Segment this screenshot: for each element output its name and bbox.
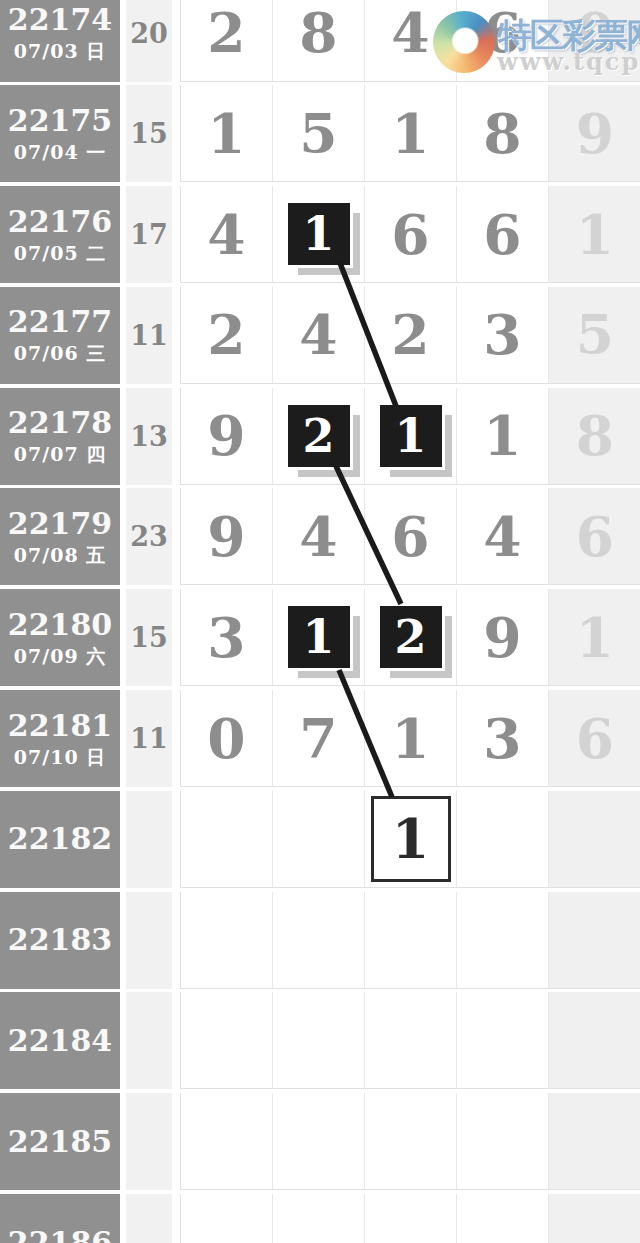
chart-row: 2217607/05 二1741661 — [0, 186, 640, 283]
highlighted-digit: 2 — [288, 405, 350, 467]
chart-row: 22183 — [0, 892, 640, 989]
issue-date: 07/04 一 — [14, 143, 106, 162]
chart-row: 2218107/10 日1107136 — [0, 690, 640, 787]
sum-value: 23 — [126, 488, 172, 585]
digit-cell — [549, 992, 640, 1088]
issue-date: 07/07 四 — [14, 445, 106, 464]
digit-cell: 2 — [365, 589, 457, 685]
issue-number: 22177 — [8, 307, 112, 337]
digit-cell — [181, 1194, 273, 1243]
digit-cell: 4 — [181, 186, 273, 282]
issue-number: 22184 — [8, 1026, 112, 1056]
digit-cell — [365, 1093, 457, 1189]
chart-row: 2218007/09 六1531291 — [0, 589, 640, 686]
highlighted-digit: 1 — [380, 405, 442, 467]
digit-cell: 1 — [549, 186, 640, 282]
issue-number: 22181 — [8, 711, 112, 741]
digit-row: 41661 — [180, 186, 640, 283]
digit-cell: 1 — [273, 589, 365, 685]
issue-cell: 22185 — [0, 1093, 120, 1190]
digit-cell — [273, 791, 365, 887]
digit-cell — [549, 1194, 640, 1243]
digit-row: 92118 — [180, 388, 640, 485]
issue-cell: 2217707/06 三 — [0, 287, 120, 384]
digit-cell — [457, 1093, 549, 1189]
issue-date: 07/03 日 — [14, 42, 106, 61]
issue-cell: 22183 — [0, 892, 120, 989]
issue-number: 22178 — [8, 408, 112, 438]
digit-cell: 9 — [457, 589, 549, 685]
sum-value: 15 — [126, 85, 172, 182]
sum-value — [126, 1194, 172, 1243]
issue-date: 07/05 二 — [14, 244, 106, 263]
digit-cell: 6 — [365, 186, 457, 282]
digit-cell: 1 — [549, 589, 640, 685]
sum-value — [126, 1093, 172, 1190]
sum-value — [126, 791, 172, 888]
digit-row: 31291 — [180, 589, 640, 686]
digit-cell: 6 — [457, 186, 549, 282]
digit-cell: 9 — [549, 85, 640, 181]
digit-cell — [273, 1194, 365, 1243]
sum-value: 20 — [126, 0, 172, 82]
issue-date: 07/09 六 — [14, 647, 106, 666]
site-url-watermark: www.tqcp.net — [497, 47, 640, 76]
digit-cell: 6 — [365, 488, 457, 584]
digit-row: 07136 — [180, 690, 640, 787]
issue-cell: 2217607/05 二 — [0, 186, 120, 283]
digit-cell — [273, 1093, 365, 1189]
digit-cell: 2 — [365, 287, 457, 383]
issue-number: 22175 — [8, 106, 112, 136]
digit-cell: 5 — [549, 287, 640, 383]
chart-row: 22184 — [0, 992, 640, 1089]
sum-value: 11 — [126, 690, 172, 787]
highlighted-digit: 1 — [288, 606, 350, 668]
digit-cell: 1 — [273, 186, 365, 282]
digit-cell: 4 — [273, 287, 365, 383]
digit-cell: 2 — [273, 388, 365, 484]
issue-cell: 22186 — [0, 1194, 120, 1243]
digit-cell — [365, 892, 457, 988]
digit-cell: 2 — [181, 287, 273, 383]
digit-row — [180, 1194, 640, 1243]
issue-number: 22183 — [8, 925, 112, 955]
highlighted-digit: 1 — [288, 203, 350, 265]
digit-cell — [549, 791, 640, 887]
digit-cell: 1 — [365, 388, 457, 484]
issue-number: 22185 — [8, 1127, 112, 1157]
digit-cell — [273, 992, 365, 1088]
digit-cell — [549, 892, 640, 988]
lottery-trend-chart: 2217407/03 日20284602217507/04 一151518922… — [0, 0, 640, 1243]
digit-row: 94646 — [180, 488, 640, 585]
digit-cell: 1 — [457, 388, 549, 484]
sum-value: 11 — [126, 287, 172, 384]
digit-cell: 3 — [457, 287, 549, 383]
digit-cell — [181, 892, 273, 988]
chart-row: 2217907/08 五2394646 — [0, 488, 640, 585]
digit-row — [180, 1093, 640, 1190]
issue-number: 22176 — [8, 207, 112, 237]
chart-row: 22186 — [0, 1194, 640, 1243]
issue-date: 07/06 三 — [14, 344, 106, 363]
chart-row: 221821 — [0, 791, 640, 888]
digit-cell: 1 — [365, 690, 457, 786]
digit-cell: 1 — [365, 791, 457, 887]
issue-cell: 2217807/07 四 — [0, 388, 120, 485]
issue-number: 22174 — [8, 5, 112, 35]
issue-cell: 22184 — [0, 992, 120, 1089]
digit-cell — [365, 1194, 457, 1243]
digit-cell: 8 — [457, 85, 549, 181]
digit-row: 1 — [180, 791, 640, 888]
digit-cell: 5 — [273, 85, 365, 181]
issue-number: 22179 — [8, 509, 112, 539]
issue-cell: 22182 — [0, 791, 120, 888]
issue-cell: 2217407/03 日 — [0, 0, 120, 82]
chart-row: 2217707/06 三1124235 — [0, 287, 640, 384]
predicted-digit-box: 1 — [371, 796, 451, 882]
digit-cell — [457, 892, 549, 988]
sum-value — [126, 992, 172, 1089]
issue-number: 22182 — [8, 824, 112, 854]
digit-cell: 0 — [181, 690, 273, 786]
sum-value: 17 — [126, 186, 172, 283]
issue-date: 07/10 日 — [14, 748, 106, 767]
digit-cell: 3 — [181, 589, 273, 685]
digit-cell — [273, 892, 365, 988]
chart-rows: 2217407/03 日20284602217507/04 一151518922… — [0, 0, 640, 1243]
digit-cell — [549, 1093, 640, 1189]
issue-cell: 2218107/10 日 — [0, 690, 120, 787]
issue-number: 22180 — [8, 610, 112, 640]
digit-cell — [457, 791, 549, 887]
issue-date: 07/08 五 — [14, 546, 106, 565]
digit-cell — [181, 1093, 273, 1189]
digit-cell — [457, 992, 549, 1088]
highlighted-digit: 2 — [380, 606, 442, 668]
digit-cell: 4 — [273, 488, 365, 584]
digit-cell — [181, 791, 273, 887]
digit-row: 24235 — [180, 287, 640, 384]
digit-row: 15189 — [180, 85, 640, 182]
digit-cell: 2 — [181, 0, 273, 81]
sum-value: 13 — [126, 388, 172, 485]
digit-row — [180, 992, 640, 1089]
chart-row: 2217807/07 四1392118 — [0, 388, 640, 485]
issue-cell: 2218007/09 六 — [0, 589, 120, 686]
digit-cell: 1 — [365, 85, 457, 181]
chart-row: 22185 — [0, 1093, 640, 1190]
digit-row — [180, 892, 640, 989]
chart-row: 2217507/04 一1515189 — [0, 85, 640, 182]
digit-cell: 9 — [181, 388, 273, 484]
digit-cell: 1 — [181, 85, 273, 181]
issue-number: 22186 — [8, 1228, 112, 1243]
sum-value: 15 — [126, 589, 172, 686]
digit-cell: 9 — [181, 488, 273, 584]
digit-cell: 7 — [273, 690, 365, 786]
digit-cell: 6 — [549, 690, 640, 786]
issue-cell: 2217907/08 五 — [0, 488, 120, 585]
digit-cell — [457, 1194, 549, 1243]
logo-swirl-icon — [433, 11, 495, 73]
digit-cell: 6 — [549, 488, 640, 584]
digit-cell — [181, 992, 273, 1088]
digit-cell — [365, 992, 457, 1088]
digit-cell: 8 — [549, 388, 640, 484]
sum-value — [126, 892, 172, 989]
digit-cell: 8 — [273, 0, 365, 81]
digit-cell: 4 — [457, 488, 549, 584]
digit-cell: 3 — [457, 690, 549, 786]
issue-cell: 2217507/04 一 — [0, 85, 120, 182]
